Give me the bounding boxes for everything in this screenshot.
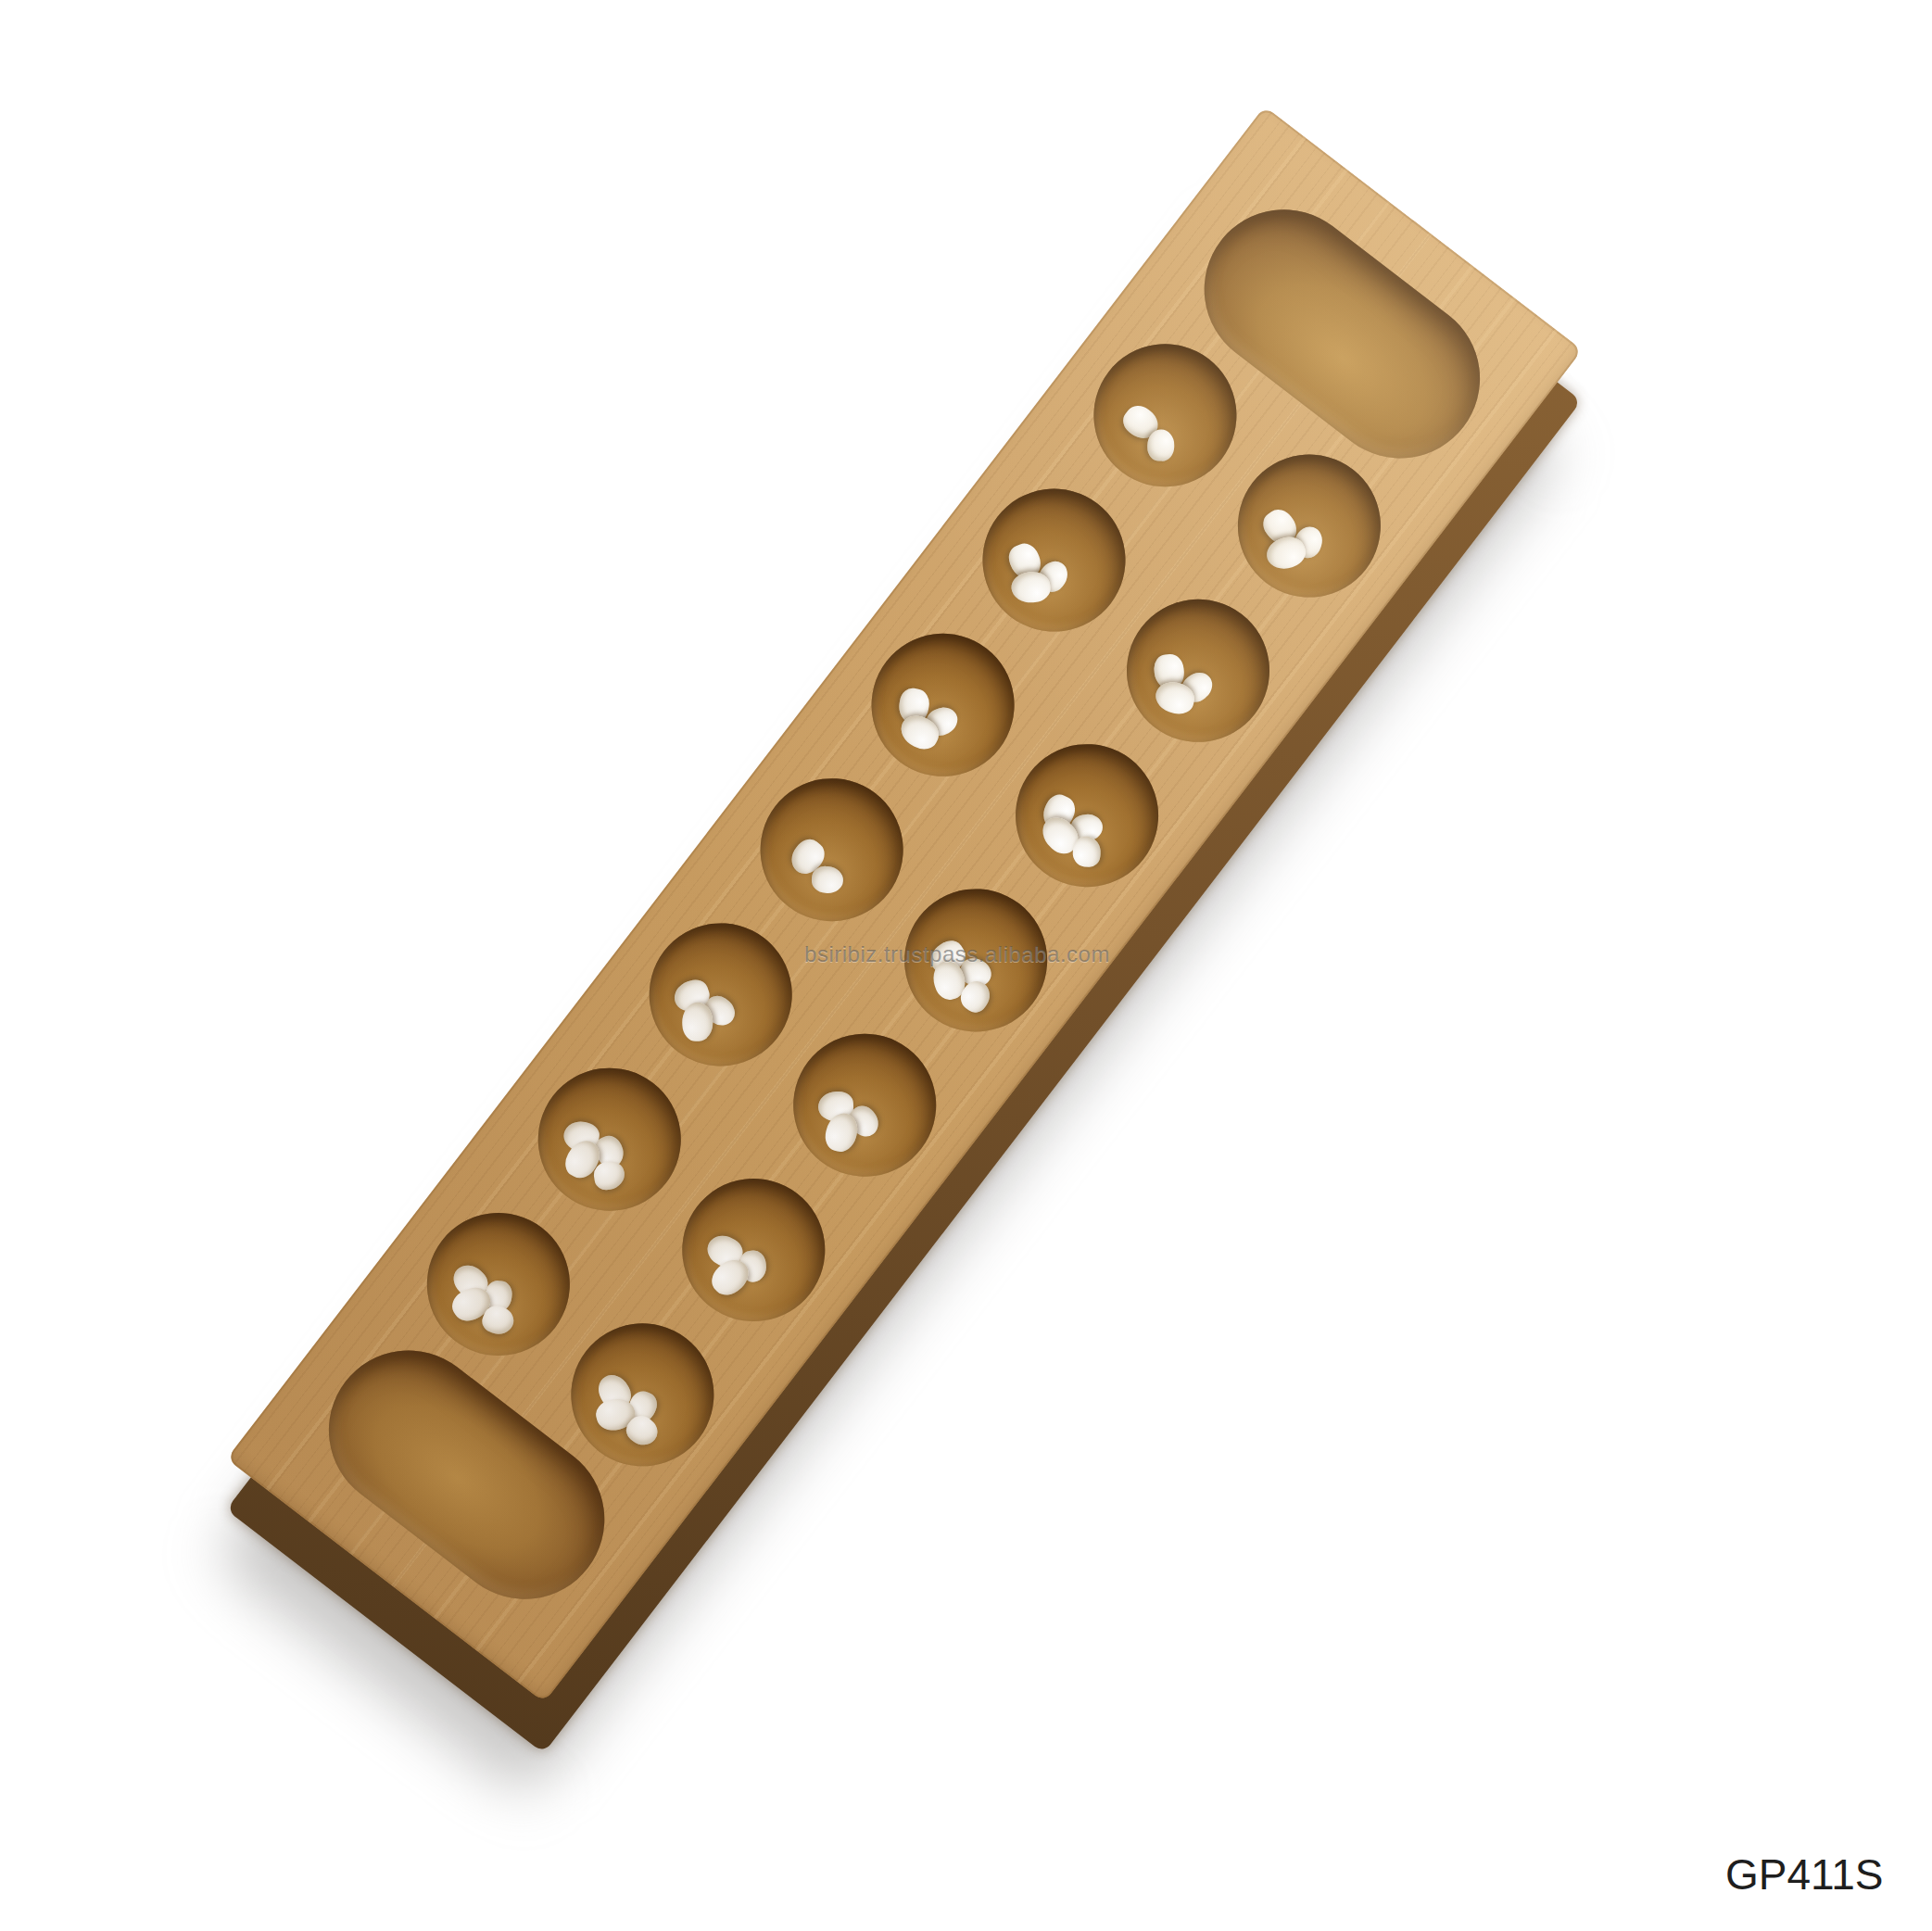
pit-r6-left[interactable]: [510, 1040, 710, 1240]
seed-stone: [1010, 570, 1052, 604]
pit-r3-right[interactable]: [987, 715, 1187, 915]
mancala-board: [227, 107, 1583, 1703]
seed-stone: [1147, 429, 1174, 461]
product-code-label: GP411S: [1725, 1849, 1883, 1899]
watermark-text: bsiribiz.trustpass.alibaba.com: [797, 941, 1118, 967]
pit-r2-left[interactable]: [954, 461, 1155, 661]
board-top-face: [227, 107, 1583, 1703]
pit-r4-left[interactable]: [732, 750, 932, 950]
pit-r6-right[interactable]: [653, 1150, 853, 1350]
pit-r5-right[interactable]: [764, 1005, 965, 1205]
seed-stone: [811, 865, 844, 894]
pit-r5-left[interactable]: [621, 894, 821, 1094]
seed-stone: [681, 1002, 713, 1041]
pit-r3-left[interactable]: [843, 605, 1043, 805]
seed-stone: [1071, 835, 1102, 868]
pit-r2-right[interactable]: [1098, 571, 1298, 771]
product-photo-canvas: bsiribiz.trustpass.alibaba.com GP411S: [0, 0, 1932, 1931]
